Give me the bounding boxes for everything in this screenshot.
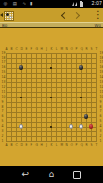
coord-label: C <box>15 48 17 50</box>
star-point <box>50 67 52 69</box>
coord-label: G <box>35 145 37 147</box>
coord-label: 15 <box>99 72 101 74</box>
coord-label: O <box>70 145 72 147</box>
coord-label: 10 <box>99 96 101 98</box>
stone-red <box>89 124 94 129</box>
coord-label: P <box>75 145 77 147</box>
coord-label: 13 <box>1 82 3 84</box>
notification-icons: ◎ ▤ ∿ ▮ <box>2 0 34 8</box>
coord-label: O <box>70 48 72 50</box>
coord-label: 3 <box>1 131 3 133</box>
coord-label: M <box>60 48 62 50</box>
coord-label: 7 <box>99 111 101 113</box>
notification-bar-icon: ▮ <box>30 2 32 6</box>
coord-label: R <box>85 48 87 50</box>
coord-label: 1 <box>99 140 101 142</box>
coord-label: J <box>45 145 47 147</box>
coord-label: 11 <box>99 91 101 93</box>
coord-label: F <box>30 48 32 50</box>
coord-label: R <box>85 145 87 147</box>
coord-label: S <box>90 145 92 147</box>
phone-screen: ◎ ▤ ∿ ▮ 2:07 ⋮ B0 W0 AABBCCDDEEFFGGHHJJK <box>0 0 103 183</box>
stone-white <box>19 124 24 129</box>
black-captures-label: B0 <box>2 24 7 27</box>
coord-label: A <box>5 145 7 147</box>
back-button[interactable]: ↩ <box>22 166 30 183</box>
coord-label: 5 <box>99 121 101 123</box>
stone-white <box>69 124 74 129</box>
mini-black-stone-icon <box>6 13 9 16</box>
coord-label: Q <box>80 48 82 50</box>
coord-label: 6 <box>99 116 101 118</box>
coord-label: 19 <box>1 52 3 54</box>
coord-label: F <box>30 145 32 147</box>
coord-label: 8 <box>99 106 101 108</box>
stone-black <box>19 65 24 70</box>
grid-line <box>6 141 97 142</box>
grid-line <box>96 53 97 142</box>
up-button[interactable] <box>0 8 16 22</box>
coord-label: Q <box>80 145 82 147</box>
coord-label: N <box>65 48 67 50</box>
go-board[interactable]: AABBCCDDEEFFGGHHJJKKLLMMNNOOPPQQRRSSTT19… <box>0 28 103 166</box>
grid-line <box>6 131 97 132</box>
coord-label: 7 <box>1 111 3 113</box>
coord-label: 17 <box>1 62 3 64</box>
next-move-button[interactable] <box>75 12 80 17</box>
coord-label: K <box>50 145 52 147</box>
star-point <box>50 97 52 99</box>
coord-label: 9 <box>99 101 101 103</box>
previous-move-button[interactable] <box>61 12 66 17</box>
coord-label: 5 <box>1 121 3 123</box>
coord-label: 14 <box>1 77 3 79</box>
coord-label: 12 <box>99 86 101 88</box>
coord-label: 15 <box>1 72 3 74</box>
coord-label: J <box>45 48 47 50</box>
coord-label: 11 <box>1 91 3 93</box>
coord-label: 2 <box>99 135 101 137</box>
chevron-left-icon <box>61 11 68 18</box>
coord-label: 19 <box>99 52 101 54</box>
coord-label: 1 <box>1 140 3 142</box>
coord-label: 12 <box>1 86 3 88</box>
overflow-menu-button[interactable]: ⋮ <box>93 9 101 21</box>
coord-label: 8 <box>1 106 3 108</box>
coord-label: P <box>75 48 77 50</box>
coord-label: G <box>35 48 37 50</box>
stone-black <box>84 114 89 119</box>
coord-label: T <box>95 48 97 50</box>
coord-label: 13 <box>99 82 101 84</box>
coord-label: M <box>60 145 62 147</box>
coord-label: 17 <box>99 62 101 64</box>
grid-line <box>86 53 87 142</box>
coord-label: 9 <box>1 101 3 103</box>
coord-label: K <box>50 48 52 50</box>
coord-label: L <box>55 48 57 50</box>
action-bar: ⋮ <box>0 8 103 22</box>
battery-icon <box>80 2 83 7</box>
mini-white-stone-icon <box>9 16 12 19</box>
grid-line <box>6 102 97 103</box>
coord-label: N <box>65 145 67 147</box>
coord-label: 10 <box>1 96 3 98</box>
coord-label: S <box>90 48 92 50</box>
chevron-right-icon <box>73 11 80 18</box>
coord-label: 4 <box>1 126 3 128</box>
grid-line <box>6 136 97 137</box>
coord-label: 16 <box>1 67 3 69</box>
coord-label: H <box>40 48 42 50</box>
coord-label: 6 <box>1 116 3 118</box>
coord-label: 3 <box>99 131 101 133</box>
coord-label: B <box>10 145 12 147</box>
grid-line <box>6 107 97 108</box>
star-point <box>20 97 22 99</box>
coord-label: H <box>40 145 42 147</box>
grid-line <box>6 122 97 123</box>
coord-label: E <box>25 145 27 147</box>
stone-white <box>79 124 84 129</box>
coord-label: 18 <box>1 57 3 59</box>
coord-label: 14 <box>99 77 101 79</box>
coord-label: B <box>10 48 12 50</box>
coord-label: 2 <box>1 135 3 137</box>
white-captures-label: W0 <box>95 24 102 27</box>
recents-button[interactable] <box>73 171 81 179</box>
coord-label: D <box>20 145 22 147</box>
home-button[interactable]: ⌂ <box>48 166 54 183</box>
grid-line <box>56 53 57 142</box>
coord-label: A <box>5 48 7 50</box>
stone-black <box>79 65 84 70</box>
notification-circle-icon: ◎ <box>4 2 8 6</box>
star-point <box>50 126 52 128</box>
coord-label: D <box>20 48 22 50</box>
notification-wave-icon: ∿ <box>22 2 26 6</box>
wifi-icon <box>75 2 77 6</box>
star-point <box>80 97 82 99</box>
coord-label: E <box>25 48 27 50</box>
grid-line <box>66 53 67 142</box>
navigation-bar: ↩ ⌂ <box>0 166 103 183</box>
signal-icon <box>72 2 74 6</box>
coord-label: C <box>15 145 17 147</box>
notification-card-icon: ▤ <box>13 2 17 6</box>
coord-label: T <box>95 145 97 147</box>
coord-label: 18 <box>99 57 101 59</box>
grid-line <box>76 53 77 142</box>
back-caret-icon <box>0 13 3 17</box>
coord-label: 16 <box>99 67 101 69</box>
coord-label: L <box>55 145 57 147</box>
go-app-icon <box>4 11 14 21</box>
status-icons: 2:07 <box>72 0 102 8</box>
status-bar: ◎ ▤ ∿ ▮ 2:07 <box>0 0 103 8</box>
coord-label: 4 <box>99 126 101 128</box>
clock: 2:07 <box>92 2 102 7</box>
grid-line <box>61 53 62 142</box>
grid-line <box>6 112 97 113</box>
